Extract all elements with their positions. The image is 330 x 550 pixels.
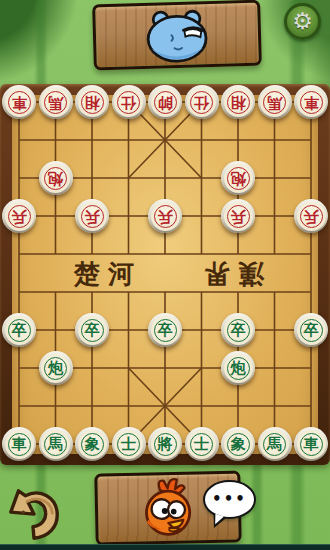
piece-green-s[interactable]: 卒	[75, 313, 109, 347]
piece-green-h[interactable]: 馬	[39, 427, 73, 461]
piece-red-a[interactable]: 仕	[112, 85, 146, 119]
game-screen: ⚙ 楚河 漢界 車馬相仕帥仕相馬車炮炮兵兵兵兵兵卒卒卒卒卒炮炮車馬象士將士象馬車	[0, 0, 330, 550]
piece-green-s[interactable]: 卒	[294, 313, 328, 347]
piece-red-e[interactable]: 相	[75, 85, 109, 119]
piece-green-g[interactable]: 將	[148, 427, 182, 461]
piece-red-s[interactable]: 兵	[294, 199, 328, 233]
bottom-bar	[0, 544, 330, 550]
piece-red-a[interactable]: 仕	[185, 85, 219, 119]
piece-red-s[interactable]: 兵	[148, 199, 182, 233]
piece-red-s[interactable]: 兵	[2, 199, 36, 233]
piece-red-h[interactable]: 馬	[39, 85, 73, 119]
river-label-chu-he: 楚河	[58, 255, 150, 293]
piece-red-s[interactable]: 兵	[221, 199, 255, 233]
board-gridlines	[0, 84, 330, 465]
piece-green-r[interactable]: 車	[294, 427, 328, 461]
piece-red-e[interactable]: 相	[221, 85, 255, 119]
piece-green-a[interactable]: 士	[112, 427, 146, 461]
xiangqi-board: 楚河 漢界 車馬相仕帥仕相馬車炮炮兵兵兵兵兵卒卒卒卒卒炮炮車馬象士將士象馬車	[0, 84, 330, 465]
piece-green-s[interactable]: 卒	[221, 313, 255, 347]
undo-arrow-icon	[4, 486, 62, 546]
piece-green-e[interactable]: 象	[75, 427, 109, 461]
river-label-han-jie: 漢界	[188, 255, 280, 293]
piece-green-a[interactable]: 士	[185, 427, 219, 461]
settings-button[interactable]: ⚙	[284, 3, 321, 40]
piece-green-c[interactable]: 炮	[39, 351, 73, 385]
piece-green-c[interactable]: 炮	[221, 351, 255, 385]
piece-red-r[interactable]: 車	[294, 85, 328, 119]
piece-green-s[interactable]: 卒	[148, 313, 182, 347]
piece-red-c[interactable]: 炮	[221, 161, 255, 195]
opponent-panel	[92, 0, 262, 70]
chat-bubble[interactable]: •••	[203, 480, 256, 519]
piece-green-s[interactable]: 卒	[2, 313, 36, 347]
bird-avatar	[129, 476, 206, 540]
piece-red-s[interactable]: 兵	[75, 199, 109, 233]
undo-button[interactable]	[4, 486, 62, 546]
piece-red-g[interactable]: 帥	[148, 85, 182, 119]
piece-green-r[interactable]: 車	[2, 427, 36, 461]
piece-red-r[interactable]: 車	[2, 85, 36, 119]
gear-icon: ⚙	[292, 10, 313, 33]
sleeping-blob-avatar	[126, 6, 228, 65]
piece-red-c[interactable]: 炮	[39, 161, 73, 195]
piece-green-h[interactable]: 馬	[258, 427, 292, 461]
piece-red-h[interactable]: 馬	[258, 85, 292, 119]
piece-green-e[interactable]: 象	[221, 427, 255, 461]
